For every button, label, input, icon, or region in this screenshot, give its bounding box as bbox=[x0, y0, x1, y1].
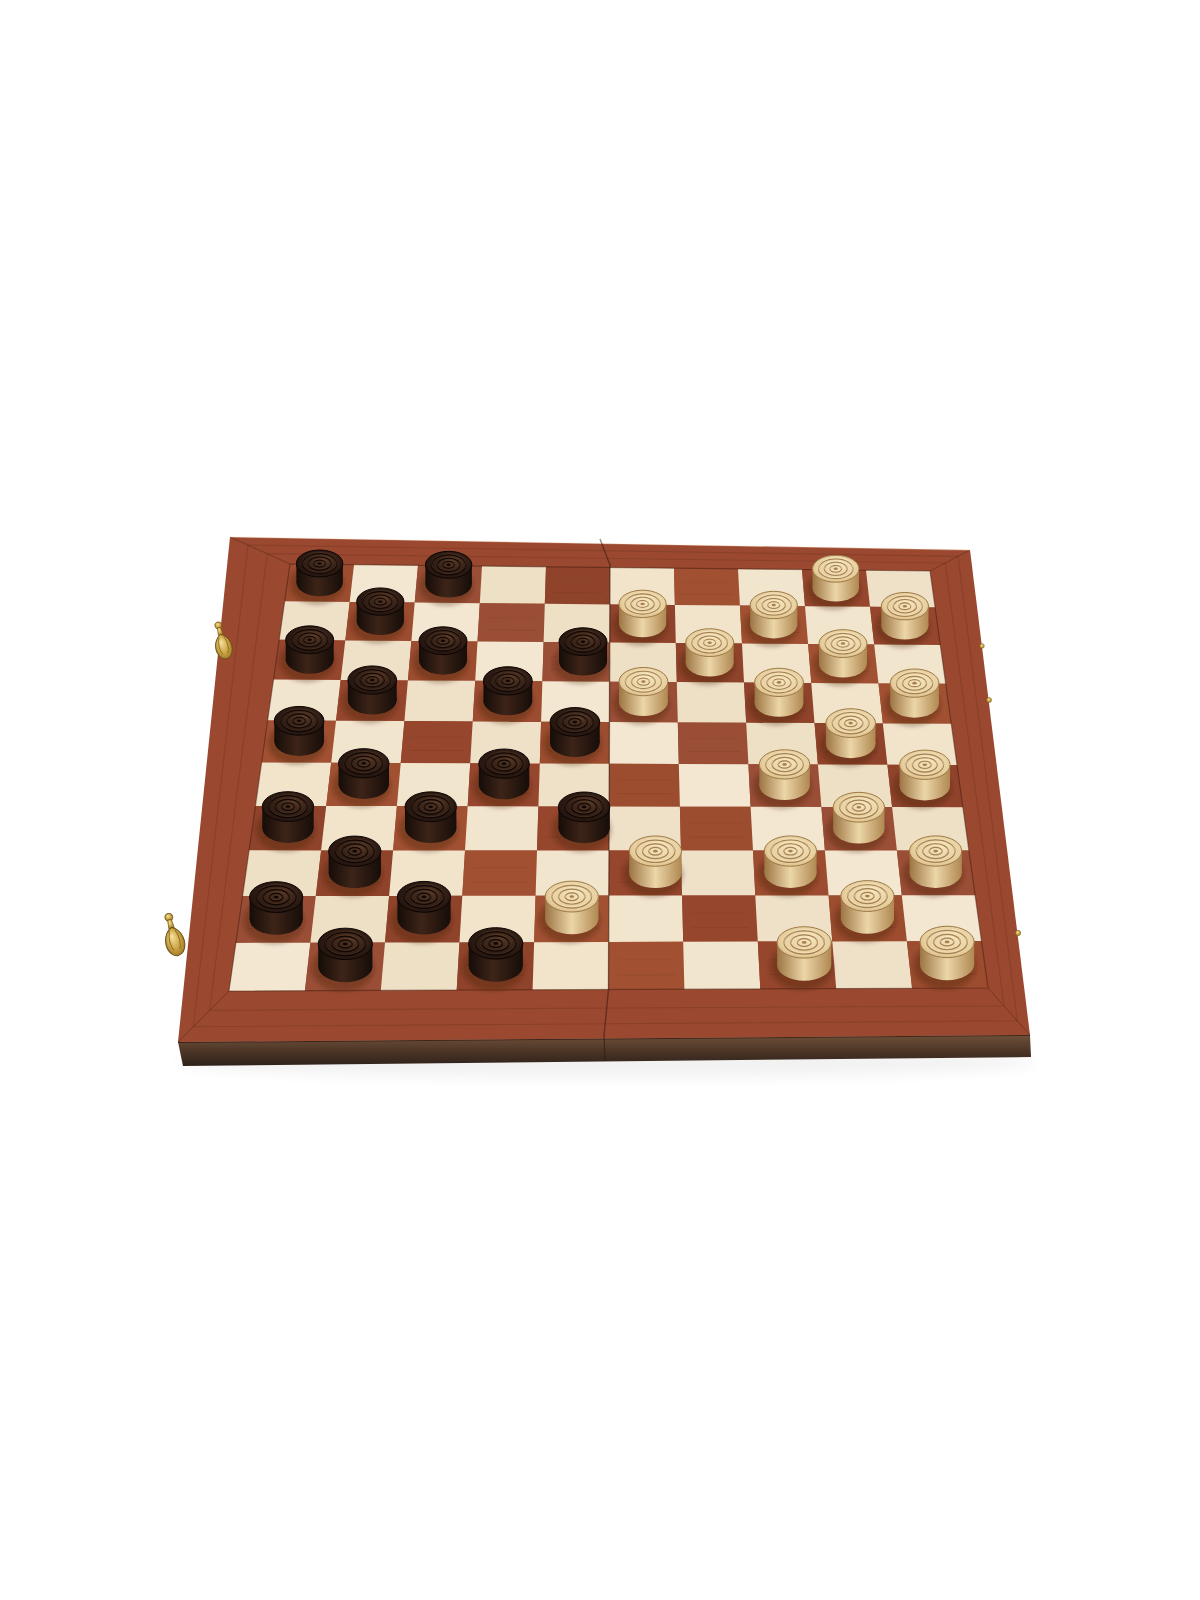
piece-light-r9-c9 bbox=[834, 881, 896, 943]
square-r5-c3 bbox=[401, 721, 473, 763]
brass-clasp-lower-icon bbox=[159, 911, 188, 958]
piece-light-r8-c6 bbox=[623, 836, 684, 897]
piece-light-r4-c10 bbox=[884, 669, 941, 726]
square-r10-c9 bbox=[832, 941, 912, 988]
square-r1-c7 bbox=[674, 568, 740, 605]
piece-dark-r3-c3 bbox=[413, 627, 469, 683]
piece-dark-r3-c1 bbox=[279, 626, 335, 682]
piece-light-r8-c8 bbox=[758, 836, 819, 897]
piece-dark-r10-c4 bbox=[462, 928, 525, 991]
square-r7-c4 bbox=[465, 806, 538, 850]
square-r10-c5 bbox=[533, 942, 609, 990]
piece-dark-r8-c2 bbox=[322, 836, 383, 897]
piece-light-r2-c10 bbox=[875, 592, 930, 647]
piece-dark-r7-c5 bbox=[552, 792, 612, 852]
brass-hinge-pin-icon bbox=[1015, 930, 1020, 935]
piece-dark-r1-c3 bbox=[419, 551, 473, 606]
piece-light-r6-c8 bbox=[753, 750, 812, 809]
board-scene bbox=[159, 537, 1036, 1078]
square-r1-c4 bbox=[480, 566, 546, 604]
square-grain bbox=[682, 582, 731, 583]
piece-dark-r1-c1 bbox=[290, 550, 344, 605]
piece-dark-r4-c2 bbox=[341, 666, 398, 723]
square-r4-c3 bbox=[404, 680, 475, 721]
piece-light-r10-c8 bbox=[770, 927, 833, 990]
square-r10-c1 bbox=[229, 943, 310, 991]
piece-dark-r9-c1 bbox=[243, 882, 305, 944]
square-r7-c7 bbox=[680, 807, 753, 851]
piece-light-r4-c6 bbox=[613, 667, 670, 724]
checkers-board bbox=[0, 0, 1200, 1600]
piece-light-r2-c6 bbox=[613, 590, 668, 645]
piece-light-r3-c9 bbox=[813, 630, 869, 686]
square-r8-c7 bbox=[681, 851, 755, 896]
piece-light-r6-c10 bbox=[893, 750, 952, 809]
square-r1-c5 bbox=[545, 567, 610, 605]
square-r10-c3 bbox=[381, 942, 460, 990]
piece-light-r7-c9 bbox=[827, 792, 887, 852]
piece-light-r1-c9 bbox=[806, 555, 860, 610]
brass-hinge-pin-icon bbox=[980, 644, 985, 649]
piece-light-r4-c8 bbox=[748, 668, 805, 725]
brass-hinge-pin-icon bbox=[987, 698, 992, 703]
square-r6-c7 bbox=[679, 764, 751, 807]
square-r5-c6 bbox=[609, 722, 679, 764]
piece-dark-r5-c5 bbox=[544, 708, 602, 766]
piece-light-r5-c9 bbox=[819, 709, 877, 767]
square-grain bbox=[553, 581, 602, 582]
piece-dark-r6-c2 bbox=[332, 749, 391, 808]
piece-light-r8-c10 bbox=[903, 836, 964, 897]
product-photo-canvas bbox=[0, 0, 1200, 1600]
piece-light-r9-c5 bbox=[538, 881, 600, 943]
square-r9-c6 bbox=[609, 896, 684, 942]
square-r10-c6 bbox=[609, 942, 685, 990]
piece-dark-r10-c2 bbox=[311, 928, 374, 991]
piece-dark-r3-c5 bbox=[553, 628, 609, 684]
square-r9-c7 bbox=[682, 896, 758, 942]
piece-light-r10-c10 bbox=[913, 926, 976, 989]
piece-dark-r7-c1 bbox=[256, 792, 316, 852]
square-r8-c4 bbox=[462, 850, 537, 895]
square-r5-c7 bbox=[678, 723, 749, 765]
piece-light-r2-c8 bbox=[744, 591, 799, 646]
square-r2-c4 bbox=[478, 603, 545, 642]
piece-dark-r4-c4 bbox=[477, 667, 534, 724]
piece-dark-r9-c3 bbox=[391, 881, 453, 943]
piece-light-r3-c7 bbox=[679, 629, 735, 685]
piece-dark-r6-c4 bbox=[472, 749, 531, 808]
piece-dark-r5-c1 bbox=[268, 706, 326, 764]
square-r4-c7 bbox=[677, 682, 746, 723]
piece-dark-r7-c3 bbox=[398, 792, 458, 852]
piece-dark-r2-c2 bbox=[350, 588, 405, 643]
square-r6-c6 bbox=[609, 764, 680, 807]
square-r10-c7 bbox=[683, 942, 760, 990]
